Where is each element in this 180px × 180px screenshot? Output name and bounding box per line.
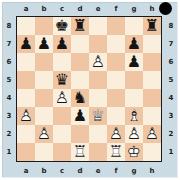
- square-e5[interactable]: [89, 71, 107, 89]
- piece-outline: ♖: [71, 143, 89, 161]
- file-label-f: f: [107, 165, 125, 177]
- piece-black-rook[interactable]: ♜: [143, 17, 161, 35]
- rank-label-8: 8: [3, 17, 15, 35]
- square-f1[interactable]: ♜♖: [107, 143, 125, 161]
- square-h1[interactable]: [143, 143, 161, 161]
- square-b2[interactable]: ♟♙: [35, 125, 53, 143]
- rank-label-7: 7: [3, 35, 15, 53]
- piece-black-king[interactable]: ♚: [53, 17, 71, 35]
- file-label-d: d: [71, 165, 89, 177]
- piece-glyph: ♟: [35, 35, 53, 53]
- square-e1[interactable]: [89, 143, 107, 161]
- square-g3[interactable]: ♝♗: [125, 107, 143, 125]
- piece-glyph: ♟: [125, 35, 143, 53]
- square-f6[interactable]: [107, 53, 125, 71]
- piece-white-pawn[interactable]: ♟♙: [89, 53, 107, 71]
- piece-white-pawn[interactable]: ♟♙: [143, 125, 161, 143]
- square-d6[interactable]: [71, 53, 89, 71]
- piece-white-bishop[interactable]: ♝♗: [125, 107, 143, 125]
- square-b3[interactable]: [35, 107, 53, 125]
- rank-label-2: 2: [3, 125, 15, 143]
- square-g6[interactable]: ♟: [125, 53, 143, 71]
- piece-outline: ♖: [107, 143, 125, 161]
- piece-outline: ♕: [89, 107, 107, 125]
- piece-black-pawn[interactable]: ♟: [35, 35, 53, 53]
- piece-white-pawn[interactable]: ♟♙: [17, 107, 35, 125]
- piece-glyph: ♜: [143, 17, 161, 35]
- file-label-e: e: [89, 165, 107, 177]
- piece-black-rook[interactable]: ♜: [71, 17, 89, 35]
- square-a6[interactable]: [17, 53, 35, 71]
- rank-label-2: 2: [165, 125, 177, 143]
- rank-labels-left: 87654321: [3, 17, 15, 161]
- square-c5[interactable]: ♛: [53, 71, 71, 89]
- square-a7[interactable]: ♟: [17, 35, 35, 53]
- square-c3[interactable]: [53, 107, 71, 125]
- piece-outline: ♙: [35, 125, 53, 143]
- file-label-h: h: [143, 165, 161, 177]
- square-c6[interactable]: [53, 53, 71, 71]
- piece-outline: ♙: [143, 125, 161, 143]
- square-f8[interactable]: [107, 17, 125, 35]
- rank-label-6: 6: [3, 53, 15, 71]
- square-d2[interactable]: [71, 125, 89, 143]
- square-c1[interactable]: [53, 143, 71, 161]
- rank-label-1: 1: [165, 143, 177, 161]
- square-a8[interactable]: [17, 17, 35, 35]
- square-a3[interactable]: ♟♙: [17, 107, 35, 125]
- rank-label-3: 3: [165, 107, 177, 125]
- rank-label-4: 4: [3, 89, 15, 107]
- square-b1[interactable]: [35, 143, 53, 161]
- square-a4[interactable]: [17, 89, 35, 107]
- piece-white-pawn[interactable]: ♟♙: [35, 125, 53, 143]
- chess-board: ♚♜♜♟♟♟♟♟♙♟♛♟♙♞♟♙♟♛♕♝♗♟♙♟♙♟♙♟♙♜♖♜♖♚♔: [16, 16, 162, 162]
- rank-label-4: 4: [165, 89, 177, 107]
- piece-outline: ♔: [125, 143, 143, 161]
- file-label-a: a: [17, 3, 35, 15]
- piece-white-king[interactable]: ♚♔: [125, 143, 143, 161]
- square-b7[interactable]: ♟: [35, 35, 53, 53]
- square-e2[interactable]: [89, 125, 107, 143]
- file-label-e: e: [89, 3, 107, 15]
- square-h8[interactable]: ♜: [143, 17, 161, 35]
- square-h2[interactable]: ♟♙: [143, 125, 161, 143]
- piece-outline: ♙: [53, 89, 71, 107]
- piece-glyph: ♛: [53, 71, 71, 89]
- file-label-f: f: [107, 3, 125, 15]
- square-a2[interactable]: [17, 125, 35, 143]
- piece-glyph: ♟: [71, 107, 89, 125]
- file-label-g: g: [125, 165, 143, 177]
- rank-label-5: 5: [165, 71, 177, 89]
- piece-glyph: ♞: [71, 89, 89, 107]
- square-g8[interactable]: [125, 17, 143, 35]
- piece-outline: ♙: [107, 125, 125, 143]
- square-g4[interactable]: [125, 89, 143, 107]
- piece-white-rook[interactable]: ♜♖: [107, 143, 125, 161]
- square-a1[interactable]: [17, 143, 35, 161]
- piece-black-pawn[interactable]: ♟: [17, 35, 35, 53]
- square-g5[interactable]: [125, 71, 143, 89]
- piece-white-rook[interactable]: ♜♖: [71, 143, 89, 161]
- square-e4[interactable]: [89, 89, 107, 107]
- square-b6[interactable]: [35, 53, 53, 71]
- rank-labels-right: 87654321: [165, 17, 177, 161]
- piece-glyph: ♚: [53, 17, 71, 35]
- square-f5[interactable]: [107, 71, 125, 89]
- square-d4[interactable]: ♞: [71, 89, 89, 107]
- square-g2[interactable]: ♟♙: [125, 125, 143, 143]
- piece-glyph: ♜: [71, 17, 89, 35]
- square-e8[interactable]: [89, 17, 107, 35]
- square-g7[interactable]: ♟: [125, 35, 143, 53]
- piece-outline: ♙: [17, 107, 35, 125]
- piece-black-pawn[interactable]: ♟: [53, 35, 71, 53]
- piece-white-queen[interactable]: ♛♕: [89, 107, 107, 125]
- square-f2[interactable]: ♟♙: [107, 125, 125, 143]
- piece-black-pawn[interactable]: ♟: [71, 107, 89, 125]
- piece-glyph: ♟: [17, 35, 35, 53]
- piece-glyph: ♟: [53, 35, 71, 53]
- square-e6[interactable]: ♟♙: [89, 53, 107, 71]
- square-b5[interactable]: [35, 71, 53, 89]
- piece-black-pawn[interactable]: ♟: [125, 35, 143, 53]
- square-d8[interactable]: ♜: [71, 17, 89, 35]
- file-label-a: a: [17, 165, 35, 177]
- square-a5[interactable]: [17, 71, 35, 89]
- file-label-b: b: [35, 3, 53, 15]
- square-h5[interactable]: [143, 71, 161, 89]
- piece-black-knight[interactable]: ♞: [71, 89, 89, 107]
- rank-label-8: 8: [165, 17, 177, 35]
- file-labels-bottom: abcdefgh: [17, 165, 161, 177]
- square-e7[interactable]: [89, 35, 107, 53]
- piece-outline: ♗: [125, 107, 143, 125]
- square-c4[interactable]: ♟♙: [53, 89, 71, 107]
- rank-label-5: 5: [3, 71, 15, 89]
- square-d1[interactable]: ♜♖: [71, 143, 89, 161]
- file-label-c: c: [53, 3, 71, 15]
- square-d3[interactable]: ♟: [71, 107, 89, 125]
- square-b8[interactable]: [35, 17, 53, 35]
- square-b4[interactable]: [35, 89, 53, 107]
- square-c8[interactable]: ♚: [53, 17, 71, 35]
- rank-label-3: 3: [3, 107, 15, 125]
- square-h3[interactable]: [143, 107, 161, 125]
- square-d5[interactable]: [71, 71, 89, 89]
- rank-label-7: 7: [165, 35, 177, 53]
- piece-white-pawn[interactable]: ♟♙: [125, 125, 143, 143]
- square-f7[interactable]: [107, 35, 125, 53]
- file-labels-top: abcdefgh: [17, 3, 161, 15]
- square-d7[interactable]: [71, 35, 89, 53]
- piece-outline: ♙: [89, 53, 107, 71]
- side-to-move-indicator: [159, 2, 172, 15]
- square-e3[interactable]: ♛♕: [89, 107, 107, 125]
- file-label-c: c: [53, 165, 71, 177]
- file-label-d: d: [71, 3, 89, 15]
- piece-black-queen[interactable]: ♛: [53, 71, 71, 89]
- piece-outline: ♙: [125, 125, 143, 143]
- rank-label-6: 6: [165, 53, 177, 71]
- square-g1[interactable]: ♚♔: [125, 143, 143, 161]
- piece-black-pawn[interactable]: ♟: [125, 53, 143, 71]
- square-f4[interactable]: [107, 89, 125, 107]
- rank-label-1: 1: [3, 143, 15, 161]
- piece-white-pawn[interactable]: ♟♙: [107, 125, 125, 143]
- square-h6[interactable]: [143, 53, 161, 71]
- square-c2[interactable]: [53, 125, 71, 143]
- piece-white-pawn[interactable]: ♟♙: [53, 89, 71, 107]
- square-f3[interactable]: [107, 107, 125, 125]
- file-label-g: g: [125, 3, 143, 15]
- file-label-b: b: [35, 165, 53, 177]
- square-h7[interactable]: [143, 35, 161, 53]
- piece-glyph: ♟: [125, 53, 143, 71]
- square-c7[interactable]: ♟: [53, 35, 71, 53]
- square-h4[interactable]: [143, 89, 161, 107]
